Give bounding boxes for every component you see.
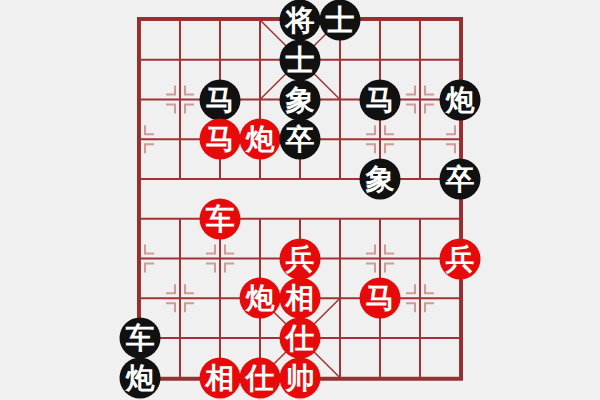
board-intersection: 炮 xyxy=(240,278,280,318)
piece-red-elephant[interactable]: 相 xyxy=(200,357,241,398)
board-intersection: 兵 xyxy=(280,239,320,279)
piece-red-horse[interactable]: 马 xyxy=(360,278,401,319)
board-intersection: 兵 xyxy=(440,239,480,279)
piece-black-cannon[interactable]: 炮 xyxy=(440,79,481,120)
board-intersection: 相 xyxy=(280,278,320,318)
piece-red-advisor[interactable]: 仕 xyxy=(240,357,281,398)
board-intersection: 马 xyxy=(200,80,240,120)
board-intersection: 车 xyxy=(200,199,240,239)
board-intersection: 帅 xyxy=(280,358,320,398)
piece-black-elephant[interactable]: 象 xyxy=(280,79,321,120)
piece-black-horse[interactable]: 马 xyxy=(360,79,401,120)
board-intersection: 象 xyxy=(280,80,320,120)
board-intersection: 马 xyxy=(360,278,400,318)
board-intersection: 仕 xyxy=(280,318,320,358)
board-intersection: 象 xyxy=(360,159,400,199)
piece-red-chariot[interactable]: 车 xyxy=(200,198,241,239)
piece-red-advisor[interactable]: 仕 xyxy=(280,318,321,359)
board-intersection: 马 xyxy=(200,119,240,159)
piece-red-elephant[interactable]: 相 xyxy=(280,278,321,319)
piece-black-soldier[interactable]: 卒 xyxy=(440,159,481,200)
piece-red-cannon[interactable]: 炮 xyxy=(240,278,281,319)
xiangqi-app-background: 将士士马象马炮马炮卒象卒车兵兵炮相马车仕炮相仕帅 xyxy=(0,0,600,400)
piece-black-advisor[interactable]: 士 xyxy=(320,0,361,41)
board-intersection: 相 xyxy=(200,358,240,398)
board-intersection: 将 xyxy=(280,0,320,40)
board-intersection: 炮 xyxy=(120,358,160,398)
piece-red-general[interactable]: 帅 xyxy=(280,357,321,398)
piece-black-horse[interactable]: 马 xyxy=(200,79,241,120)
piece-black-chariot[interactable]: 车 xyxy=(120,318,161,359)
piece-black-general[interactable]: 将 xyxy=(280,0,321,41)
board-intersection: 士 xyxy=(280,40,320,80)
piece-black-advisor[interactable]: 士 xyxy=(280,39,321,80)
board-intersection: 仕 xyxy=(240,358,280,398)
piece-black-soldier[interactable]: 卒 xyxy=(280,119,321,160)
piece-red-soldier[interactable]: 兵 xyxy=(440,238,481,279)
board-intersection: 士 xyxy=(320,0,360,40)
piece-black-elephant[interactable]: 象 xyxy=(360,159,401,200)
board-intersection: 卒 xyxy=(280,119,320,159)
board-intersection: 车 xyxy=(120,318,160,358)
xiangqi-pieces-layer: 将士士马象马炮马炮卒象卒车兵兵炮相马车仕炮相仕帅 xyxy=(120,0,480,398)
piece-red-soldier[interactable]: 兵 xyxy=(280,238,321,279)
board-intersection: 马 xyxy=(360,80,400,120)
piece-red-horse[interactable]: 马 xyxy=(200,119,241,160)
board-intersection: 炮 xyxy=(440,80,480,120)
piece-red-cannon[interactable]: 炮 xyxy=(240,119,281,160)
board-intersection: 卒 xyxy=(440,159,480,199)
board-intersection: 炮 xyxy=(240,119,280,159)
piece-black-cannon[interactable]: 炮 xyxy=(120,357,161,398)
